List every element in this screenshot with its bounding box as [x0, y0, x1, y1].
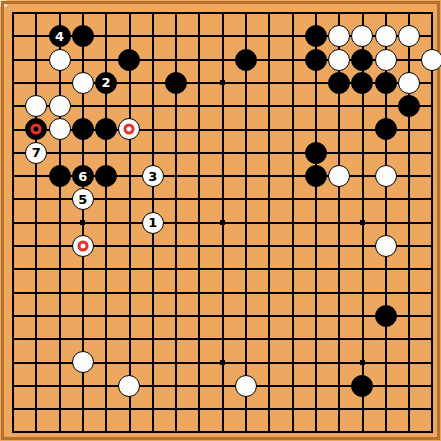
move-number-label: 4 — [55, 30, 64, 43]
move-number-label: 7 — [32, 146, 41, 159]
black-stone — [95, 165, 117, 187]
black-stone — [305, 49, 327, 71]
circled-stone-marker-icon — [77, 240, 88, 251]
black-stone — [305, 25, 327, 47]
white-stone — [398, 72, 420, 94]
star-point — [80, 220, 85, 225]
white-stone — [49, 95, 71, 117]
star-point — [360, 360, 365, 365]
white-stone — [328, 49, 350, 71]
white-stone — [351, 25, 373, 47]
white-stone — [328, 25, 350, 47]
black-stone — [305, 165, 327, 187]
white-stone — [375, 49, 397, 71]
star-point — [220, 80, 225, 85]
black-stone: 2 — [95, 72, 117, 94]
move-number-label: 2 — [102, 76, 111, 89]
black-stone — [165, 72, 187, 94]
black-stone — [305, 142, 327, 164]
white-stone — [49, 49, 71, 71]
black-stone — [328, 72, 350, 94]
black-stone — [351, 49, 373, 71]
white-stone — [49, 118, 71, 140]
white-stone — [328, 165, 350, 187]
star-point — [220, 360, 225, 365]
star-point — [360, 220, 365, 225]
black-stone — [375, 118, 397, 140]
white-stone: 3 — [142, 165, 164, 187]
white-stone — [235, 375, 257, 397]
move-number-label: 6 — [78, 170, 87, 183]
black-stone — [375, 72, 397, 94]
move-number-label: 3 — [148, 170, 157, 183]
black-stone — [375, 305, 397, 327]
go-board-grid: 4276351 — [1, 1, 441, 441]
black-stone — [398, 95, 420, 117]
white-stone — [118, 375, 140, 397]
black-stone — [351, 72, 373, 94]
circled-stone-marker-icon — [31, 124, 42, 135]
black-stone — [25, 118, 47, 140]
black-stone: 4 — [49, 25, 71, 47]
white-stone — [25, 95, 47, 117]
black-stone — [118, 49, 140, 71]
black-stone — [235, 49, 257, 71]
white-stone — [375, 235, 397, 257]
white-stone — [421, 49, 441, 71]
black-stone — [72, 25, 94, 47]
black-stone — [72, 118, 94, 140]
move-number-label: 5 — [78, 193, 87, 206]
white-stone — [398, 25, 420, 47]
white-stone — [72, 235, 94, 257]
white-stone — [375, 165, 397, 187]
white-stone: 1 — [142, 212, 164, 234]
white-stone — [118, 118, 140, 140]
black-stone — [95, 118, 117, 140]
black-stone: 6 — [72, 165, 94, 187]
white-stone: 5 — [72, 188, 94, 210]
white-stone: 7 — [25, 142, 47, 164]
go-board: 4276351 — [0, 0, 441, 441]
black-stone — [49, 165, 71, 187]
move-number-label: 1 — [148, 216, 157, 229]
black-stone — [351, 375, 373, 397]
star-point — [220, 220, 225, 225]
white-stone — [72, 72, 94, 94]
white-stone — [72, 351, 94, 373]
white-stone — [375, 25, 397, 47]
circled-stone-marker-icon — [124, 124, 135, 135]
